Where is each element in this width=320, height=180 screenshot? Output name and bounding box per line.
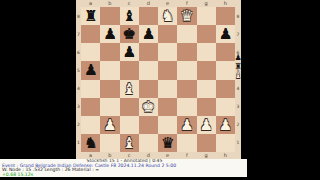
square-a8[interactable]: ♜ xyxy=(81,7,100,25)
engine-eval-text: +0.68 15.12s xyxy=(2,173,247,178)
square-c4[interactable]: ♝ xyxy=(120,80,139,98)
square-d1[interactable] xyxy=(139,134,158,152)
file-label-bottom-d: d xyxy=(139,152,158,159)
square-d8[interactable] xyxy=(139,7,158,25)
square-d6[interactable] xyxy=(139,43,158,61)
piece-black-bishop: ♝ xyxy=(120,7,139,25)
square-a2[interactable] xyxy=(81,116,100,134)
square-c7[interactable]: ♚ xyxy=(120,25,139,43)
rank-label-right-2: 2 xyxy=(235,116,241,134)
file-labels-bottom: abcdefgh xyxy=(81,152,235,159)
square-b6[interactable] xyxy=(100,43,119,61)
chess-board-area: abcdefgh 87654321 ♜♝♞♛♟♚♟♟♟♟♝♚♟♟♟♟♞♝♛ 87… xyxy=(76,0,241,159)
square-a6[interactable] xyxy=(81,43,100,61)
piece-white-king: ♚ xyxy=(139,98,158,116)
file-label-top-e: e xyxy=(158,0,177,7)
square-c1[interactable]: ♝ xyxy=(120,134,139,152)
square-a5[interactable]: ♟ xyxy=(81,61,100,79)
piece-white-knight: ♞ xyxy=(158,7,177,25)
square-e5[interactable] xyxy=(158,61,177,79)
file-label-bottom-g: g xyxy=(197,152,216,159)
square-g2[interactable]: ♟ xyxy=(197,116,216,134)
engine-info-panel: Stockfish 15 1 - Annotated | 0:45 Event … xyxy=(0,159,247,177)
square-g5[interactable] xyxy=(197,61,216,79)
square-b1[interactable] xyxy=(100,134,119,152)
square-e1[interactable]: ♛ xyxy=(158,134,177,152)
piece-black-knight: ♞ xyxy=(81,134,100,152)
piece-white-pawn: ♟ xyxy=(177,116,196,134)
square-g3[interactable] xyxy=(197,98,216,116)
square-a7[interactable] xyxy=(81,25,100,43)
file-label-top-a: a xyxy=(81,0,100,7)
file-label-top-d: d xyxy=(139,0,158,7)
square-h7[interactable]: ♟ xyxy=(216,25,235,43)
square-f1[interactable] xyxy=(177,134,196,152)
material-icon-black-pawn: ♟ xyxy=(234,53,241,62)
square-h6[interactable] xyxy=(216,43,235,61)
square-d2[interactable] xyxy=(139,116,158,134)
square-g4[interactable] xyxy=(197,80,216,98)
file-label-bottom-a: a xyxy=(81,152,100,159)
square-h1[interactable] xyxy=(216,134,235,152)
square-g7[interactable] xyxy=(197,25,216,43)
piece-white-queen: ♛ xyxy=(177,7,196,25)
square-c2[interactable] xyxy=(120,116,139,134)
file-label-top-f: f xyxy=(177,0,196,7)
square-e2[interactable] xyxy=(158,116,177,134)
square-f2[interactable]: ♟ xyxy=(177,116,196,134)
piece-black-rook: ♜ xyxy=(81,7,100,25)
rank-label-right-8: 8 xyxy=(235,7,241,25)
piece-white-pawn: ♟ xyxy=(197,116,216,134)
piece-black-pawn: ♟ xyxy=(81,61,100,79)
square-b7[interactable]: ♟ xyxy=(100,25,119,43)
piece-black-pawn: ♟ xyxy=(120,43,139,61)
rank-label-right-4: 4 xyxy=(235,80,241,98)
square-a4[interactable] xyxy=(81,80,100,98)
square-b3[interactable] xyxy=(100,98,119,116)
square-f4[interactable] xyxy=(177,80,196,98)
square-f6[interactable] xyxy=(177,43,196,61)
file-label-top-c: c xyxy=(120,0,139,7)
square-e7[interactable] xyxy=(158,25,177,43)
square-e3[interactable] xyxy=(158,98,177,116)
square-h4[interactable] xyxy=(216,80,235,98)
square-b4[interactable] xyxy=(100,80,119,98)
video-frame: abcdefgh 87654321 ♜♝♞♛♟♚♟♟♟♟♝♚♟♟♟♟♞♝♛ 87… xyxy=(0,0,320,180)
piece-black-king: ♚ xyxy=(120,25,139,43)
square-h5[interactable] xyxy=(216,61,235,79)
piece-black-pawn: ♟ xyxy=(216,25,235,43)
file-label-bottom-e: e xyxy=(158,152,177,159)
square-c6[interactable]: ♟ xyxy=(120,43,139,61)
square-h8[interactable] xyxy=(216,7,235,25)
file-label-top-h: h xyxy=(216,0,235,7)
square-d4[interactable] xyxy=(139,80,158,98)
square-b8[interactable] xyxy=(100,7,119,25)
square-b2[interactable]: ♟ xyxy=(100,116,119,134)
square-b5[interactable] xyxy=(100,61,119,79)
file-labels-top: abcdefgh xyxy=(81,0,235,7)
file-label-bottom-b: b xyxy=(100,152,119,159)
square-c5[interactable] xyxy=(120,61,139,79)
square-g8[interactable] xyxy=(197,7,216,25)
square-e6[interactable] xyxy=(158,43,177,61)
rank-label-right-1: 1 xyxy=(235,134,241,152)
square-h3[interactable] xyxy=(216,98,235,116)
file-label-bottom-f: f xyxy=(177,152,196,159)
file-label-bottom-h: h xyxy=(216,152,235,159)
square-e4[interactable] xyxy=(158,80,177,98)
square-d7[interactable]: ♟ xyxy=(139,25,158,43)
square-e8[interactable]: ♞ xyxy=(158,7,177,25)
square-d5[interactable] xyxy=(139,61,158,79)
rank-label-right-7: 7 xyxy=(235,25,241,43)
chess-board: ♜♝♞♛♟♚♟♟♟♟♝♚♟♟♟♟♞♝♛ xyxy=(81,7,235,152)
piece-black-queen: ♛ xyxy=(158,134,177,152)
square-c8[interactable]: ♝ xyxy=(120,7,139,25)
rank-label-right-3: 3 xyxy=(235,98,241,116)
square-d3[interactable]: ♚ xyxy=(139,98,158,116)
file-label-top-g: g xyxy=(197,0,216,7)
square-a1[interactable]: ♞ xyxy=(81,134,100,152)
file-label-top-b: b xyxy=(100,0,119,7)
square-g1[interactable] xyxy=(197,134,216,152)
piece-white-bishop: ♝ xyxy=(120,134,139,152)
captured-material-tray: ♟♜♝ xyxy=(234,53,242,80)
piece-black-pawn: ♟ xyxy=(139,25,158,43)
piece-black-pawn: ♟ xyxy=(100,25,119,43)
file-label-bottom-c: c xyxy=(120,152,139,159)
square-f7[interactable] xyxy=(177,25,196,43)
piece-white-pawn: ♟ xyxy=(100,116,119,134)
material-icon-white-bishop: ♝ xyxy=(234,71,241,80)
square-g6[interactable] xyxy=(197,43,216,61)
material-icon-black-rook: ♜ xyxy=(234,62,241,71)
square-c3[interactable] xyxy=(120,98,139,116)
square-a3[interactable] xyxy=(81,98,100,116)
piece-white-bishop: ♝ xyxy=(120,80,139,98)
square-f5[interactable] xyxy=(177,61,196,79)
square-f8[interactable]: ♛ xyxy=(177,7,196,25)
square-h2[interactable]: ♟ xyxy=(216,116,235,134)
piece-white-pawn: ♟ xyxy=(216,116,235,134)
square-f3[interactable] xyxy=(177,98,196,116)
